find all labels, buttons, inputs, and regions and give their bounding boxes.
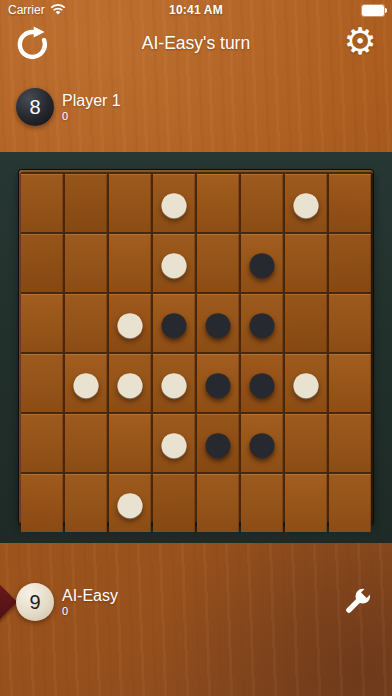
black-disc: ● bbox=[244, 413, 279, 471]
header: AI-Easy's turn ⚙ bbox=[0, 22, 392, 64]
board-cell[interactable] bbox=[197, 234, 239, 292]
black-disc: ● bbox=[244, 293, 279, 351]
board-cell[interactable]: ● bbox=[197, 354, 239, 412]
board-cell[interactable]: ● bbox=[109, 354, 151, 412]
white-disc: ● bbox=[156, 173, 191, 231]
board-cell[interactable]: ● bbox=[153, 174, 195, 232]
white-disc: ● bbox=[288, 173, 323, 231]
black-disc: ● bbox=[244, 233, 279, 291]
gear-icon: ⚙ bbox=[343, 21, 376, 62]
black-disc: ● bbox=[244, 353, 279, 411]
black-disc: ● bbox=[200, 353, 235, 411]
board-cell[interactable]: ● bbox=[65, 354, 107, 412]
board-cell[interactable]: ● bbox=[153, 294, 195, 352]
clock: 10:41 AM bbox=[0, 3, 392, 17]
black-disc: ● bbox=[156, 293, 191, 351]
ai-sub-value: 0 bbox=[62, 605, 118, 618]
player1-name: Player 1 bbox=[62, 91, 121, 110]
board-cell[interactable] bbox=[329, 414, 371, 472]
player1-row: 8 Player 1 0 bbox=[16, 87, 376, 127]
white-disc: ● bbox=[288, 353, 323, 411]
board-cell[interactable] bbox=[21, 354, 63, 412]
black-disc: ● bbox=[200, 293, 235, 351]
board-cell[interactable] bbox=[65, 294, 107, 352]
board-cell[interactable]: ● bbox=[153, 354, 195, 412]
white-disc: ● bbox=[112, 353, 147, 411]
battery-icon bbox=[362, 5, 384, 16]
board-cell[interactable] bbox=[21, 294, 63, 352]
board-cell[interactable]: ● bbox=[241, 354, 283, 412]
white-disc: ● bbox=[112, 293, 147, 351]
board-cell[interactable] bbox=[285, 294, 327, 352]
board-cell[interactable] bbox=[153, 474, 195, 532]
tools-button[interactable] bbox=[340, 584, 376, 620]
player1-score: 8 bbox=[29, 96, 40, 119]
board-cell[interactable] bbox=[329, 174, 371, 232]
player1-sub-value: 0 bbox=[62, 110, 121, 123]
board-cell[interactable]: ● bbox=[197, 294, 239, 352]
board-cell[interactable]: ● bbox=[241, 234, 283, 292]
board-cell[interactable]: ● bbox=[241, 294, 283, 352]
turn-status-title: AI-Easy's turn bbox=[0, 22, 392, 64]
board-cell[interactable] bbox=[109, 234, 151, 292]
board-cell[interactable] bbox=[197, 474, 239, 532]
board-cell[interactable] bbox=[285, 234, 327, 292]
board-cell[interactable] bbox=[329, 354, 371, 412]
white-disc: ● bbox=[156, 353, 191, 411]
ai-name: AI-Easy bbox=[62, 586, 118, 605]
board-cell[interactable]: ● bbox=[285, 174, 327, 232]
board-cell[interactable] bbox=[65, 414, 107, 472]
board-cell[interactable] bbox=[109, 174, 151, 232]
board-frame: ●●●●●●●●●●●●●●●●●● bbox=[0, 152, 392, 543]
board-cell[interactable] bbox=[241, 174, 283, 232]
board-cell[interactable] bbox=[285, 414, 327, 472]
ai-player-row: 9 AI-Easy 0 bbox=[16, 575, 376, 629]
white-disc: ● bbox=[68, 353, 103, 411]
board-cell[interactable] bbox=[21, 414, 63, 472]
board-cell[interactable] bbox=[285, 474, 327, 532]
status-bar: Carrier 10:41 AM bbox=[0, 0, 392, 20]
white-disc: ● bbox=[112, 473, 147, 531]
board-cell[interactable] bbox=[21, 474, 63, 532]
board-cell[interactable]: ● bbox=[153, 414, 195, 472]
wrench-icon bbox=[340, 585, 374, 619]
board-cell[interactable] bbox=[65, 234, 107, 292]
board-cell[interactable] bbox=[65, 474, 107, 532]
board-cell[interactable] bbox=[21, 174, 63, 232]
settings-button[interactable]: ⚙ bbox=[338, 19, 382, 65]
board-cell[interactable]: ● bbox=[109, 294, 151, 352]
player1-score-disc: 8 bbox=[16, 88, 54, 126]
board-cell[interactable] bbox=[329, 474, 371, 532]
board-cell[interactable] bbox=[21, 234, 63, 292]
board-cell[interactable]: ● bbox=[197, 414, 239, 472]
ai-score: 9 bbox=[29, 591, 40, 614]
othello-board: ●●●●●●●●●●●●●●●●●● bbox=[19, 170, 373, 524]
board-cell[interactable] bbox=[197, 174, 239, 232]
board-cell[interactable] bbox=[65, 174, 107, 232]
white-disc: ● bbox=[156, 413, 191, 471]
board-cell[interactable] bbox=[329, 294, 371, 352]
board-cell[interactable] bbox=[241, 474, 283, 532]
board-cell[interactable]: ● bbox=[153, 234, 195, 292]
app-screen: Carrier 10:41 AM AI-Easy's turn ⚙ 8 bbox=[0, 0, 392, 696]
ai-score-disc: 9 bbox=[16, 583, 54, 621]
board-cell[interactable]: ● bbox=[241, 414, 283, 472]
turn-indicator-diamond bbox=[0, 581, 17, 623]
white-disc: ● bbox=[156, 233, 191, 291]
board-cell[interactable]: ● bbox=[109, 474, 151, 532]
black-disc: ● bbox=[200, 413, 235, 471]
board-cell[interactable]: ● bbox=[285, 354, 327, 412]
board-cell[interactable] bbox=[109, 414, 151, 472]
board-cell[interactable] bbox=[329, 234, 371, 292]
